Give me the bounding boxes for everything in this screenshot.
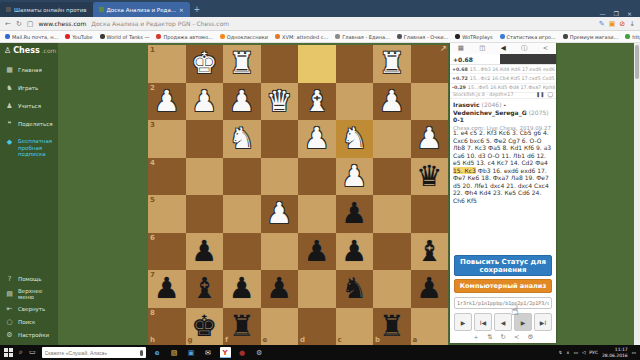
piece-black-pawn-h7: ♟ [154,274,180,303]
piece-white-queen-e2: ♛ [266,87,292,116]
square-a8[interactable]: a [411,308,449,346]
stop-engine-icon[interactable]: ◯ [547,91,553,97]
square-h8[interactable]: 8h [148,308,186,346]
expand-board-icon[interactable]: ↗ [440,44,447,53]
menu-icon: ▤ [5,290,14,298]
square-e5[interactable]: ♟ [261,195,299,233]
engine-status-row: Stockfish.js 8 · depth=17 ❚❚ ◯ [450,90,556,99]
square-f8[interactable]: ♜f [223,308,261,346]
square-c4[interactable]: ♟ [336,158,374,196]
square-g5[interactable] [186,195,224,233]
square-c6[interactable]: ♟ [336,233,374,271]
file-label-d: d [300,336,305,344]
piece-white-pawn-e5: ♟ [266,199,292,228]
chess-board: 1♚♜♜♟2♟♟♛♝♟3♞♟♞♟4♟♛5♟♟6♟♟♟♝♟7♝♟♟♞♟8h♚g♜f… [148,45,448,345]
bookmark-item[interactable]: YouTube [65,34,92,40]
square-h6[interactable]: 6 [148,233,186,271]
yandex-browser-icon[interactable]: Y [220,347,231,358]
scrollbar-thumb[interactable] [635,45,639,79]
playback-controls: ▶ Ι◀ ◀ ▶ ▶Ι [454,313,552,331]
app-icon[interactable]: ● [237,347,248,358]
pause-engine-icon[interactable]: ❚❚ [536,91,544,97]
speaker-icon[interactable]: ◀ [501,43,506,54]
file-label-h: h [150,336,155,344]
bookmark-item[interactable]: Премиум магази... [563,34,619,40]
piece-black-king-g8: ♚ [191,312,217,341]
bookmark-item[interactable]: Mail.Ru почта, н... [5,34,58,40]
square-f7[interactable]: ♟ [223,270,261,308]
square-d4[interactable] [298,158,336,196]
adblock-icon[interactable]: ⊘ [619,17,625,31]
rank-label-7: 7 [150,271,155,279]
square-a7[interactable]: ♟ [411,270,449,308]
sidebar-item-search[interactable]: ○ Поиск [0,315,58,328]
piece-white-pawn-b2: ♟ [379,87,405,116]
piece-black-rook-b8: ♜ [379,312,405,341]
sidebar-item-help[interactable]: ? Помощь [0,272,58,285]
file-label-b: b [375,336,380,344]
piece-black-pawn-d6: ♟ [304,237,330,266]
piece-black-pawn-g6: ♟ [191,237,217,266]
edit-icon[interactable]: ✎ [599,17,605,31]
help-icon: ? [5,275,14,283]
piece-white-bishop-d2: ♝ [304,87,330,116]
chat-icon: ❝ [5,120,14,128]
language-indicator[interactable]: РУС [589,350,598,355]
square-h3[interactable]: 3 [148,120,186,158]
square-a3[interactable]: ♟ [411,120,449,158]
first-move-button[interactable]: Ι◀ [474,313,492,331]
file-label-c: c [338,336,342,344]
square-f5[interactable] [223,195,261,233]
chesscom-page: ♙ Chess.com ▦ Главная ♞ Играть ♟ Учиться… [0,43,640,345]
square-b7[interactable] [373,270,411,308]
tray-icon[interactable]: ↯ [559,350,563,355]
reset-icon[interactable]: ↻ [501,333,506,342]
sidebar-item-free-trial[interactable]: ◆ Бесплатная пробная подписка [0,133,58,158]
edge-icon[interactable]: e [152,347,163,358]
tab-analysis-board[interactable]: Доска Анализа и Реда... × [93,2,190,17]
url-page-title: Доска Анализа и Редактор PGN - Chess.com [91,20,594,27]
piece-black-rook-f8: ♜ [229,312,255,341]
back-icon[interactable]: ← [5,17,11,31]
white-player-rating: (2046) [482,101,502,108]
start-button[interactable] [4,348,13,357]
game-result: 0-1 [453,116,464,123]
bookmark-item[interactable]: World of Tanks — [100,34,150,40]
bookmark-item[interactable]: WoTReplays [455,34,492,40]
add-icon[interactable]: ＋ [473,333,480,342]
square-e3[interactable] [261,120,299,158]
piece-black-pawn-a7: ♟ [416,274,442,303]
pawn-icon: ♙ [4,46,11,55]
knight-icon: ♞ [5,84,14,92]
play-button[interactable]: ▶ [454,313,472,331]
sidebar-item-learn[interactable]: ♟ Учиться [0,97,58,115]
share-icon[interactable]: < [543,43,548,54]
square-f3[interactable]: ♞ [223,120,261,158]
rank-label-5: 5 [150,196,155,204]
analysis-panel: ▦ ◫ ◀ ⓘ < +0.68 +0.6815...Фb3 16.Кd4 Кd6… [450,43,556,343]
last-move-button[interactable]: ▶Ι [534,313,552,331]
sidebar-item-play[interactable]: ♞ Играть [0,79,58,97]
engine-line[interactable]: +0.6815...Фb3 16.Кd4 Кd6 17.exd6 exd6 18… [450,65,556,74]
bookmark-item[interactable]: XVM: attended с... [275,34,328,40]
panel-footer-icons: ＋ ⇅ ↻ < ⚙ [450,333,556,342]
piece-black-pawn-f7: ♟ [229,274,255,303]
square-b1[interactable]: ♜ [373,45,411,83]
square-f4[interactable] [223,158,261,196]
piece-black-bishop-a6: ♝ [416,237,442,266]
square-a2[interactable] [411,83,449,121]
taskbar-clock[interactable]: 11:17 28.06.2016 [602,347,628,358]
bookmark-item[interactable]: Продажа автомо... [156,34,212,40]
engine-line[interactable]: +0.7215...Фc2 16.Сb4 Кd5 17.cxd5 Сxd5 18… [450,74,556,83]
square-e1[interactable] [261,45,299,83]
extension-icon[interactable]: ▣ [609,17,616,31]
network-icon[interactable]: ▭ [574,350,578,355]
square-b2[interactable]: ♟ [373,83,411,121]
square-c3[interactable]: ♞ [336,120,374,158]
square-d3[interactable]: ♟ [298,120,336,158]
square-e8[interactable]: e [261,308,299,346]
pawn-icon: ♟ [5,102,14,110]
sidebar: ♙ Chess.com ▦ Главная ♞ Играть ♟ Учиться… [0,43,58,345]
address-bar: ← ↻ ▢ www.chess.com Доска Анализа и Реда… [0,17,640,31]
moves-before: 1. e4 c5 2. Кf3 Кc6 3. Сb5 g6 4. Сxc6 bx… [453,129,551,166]
evaluation-bar: +0.68 [450,54,556,65]
sidebar-item-top-menu[interactable]: ▤ Верхнее меню [0,285,58,302]
windows-taskbar: ⌕ ▭ e ▨ ▣ ✉ Y ● ⚙ ↯ ∧ ▭ ◁ РУС 11:17 28.0… [0,345,640,360]
browser-tab-bar: Шахматы онлайн против Доска Анализа и Ре… [0,0,640,17]
square-h7[interactable]: ♟7 [148,270,186,308]
tray-show-hidden-icon[interactable]: ∧ [566,350,569,355]
rank-label-2: 2 [150,84,155,92]
diamond-icon: ◆ [5,138,14,158]
square-f6[interactable] [223,233,261,271]
settings-icon[interactable]: ⚙ [528,333,534,342]
microphone-icon[interactable] [140,350,143,356]
sidebar-item-home[interactable]: ▦ Главная [0,61,58,79]
tab-favicon [6,7,11,12]
layout-icon[interactable]: ▦ [458,43,464,54]
square-c5[interactable]: ♟ [336,195,374,233]
piece-black-bishop-g7: ♝ [191,274,217,303]
sidebar-item-collapse[interactable]: ⇤ Свернуть [0,302,58,315]
sidebar-item-share[interactable]: ❝ Поделиться [0,115,58,133]
piece-white-pawn-g2: ♟ [191,87,217,116]
tab-chess-play[interactable]: Шахматы онлайн против [0,2,93,17]
piece-black-queen-a4: ♛ [416,162,442,191]
square-b8[interactable]: ♜b [373,308,411,346]
square-f2[interactable]: ♟ [223,83,261,121]
piece-white-pawn-f2: ♟ [229,87,255,116]
square-b4[interactable] [373,158,411,196]
piece-white-knight-f3: ♞ [229,124,255,153]
bookmark-item[interactable]: Главная - Очки... [397,34,449,40]
square-c1[interactable] [336,45,374,83]
store-icon[interactable]: ▣ [186,347,197,358]
square-h1[interactable]: 1 [148,45,186,83]
square-a4[interactable]: ♛ [411,158,449,196]
piece-black-pawn-c6: ♟ [341,237,367,266]
gear-icon: ⚙ [5,331,14,339]
square-h5[interactable]: 5 [148,195,186,233]
chesscom-logo[interactable]: ♙ Chess.com [0,43,58,55]
collapse-icon: ⇤ [5,305,14,313]
square-e4[interactable] [261,158,299,196]
piece-black-pawn-c5: ♟ [341,199,367,228]
square-h4[interactable]: 4 [148,158,186,196]
evaluation-score: +0.68 [453,56,473,63]
square-d1[interactable] [298,45,336,83]
piece-white-pawn-h2: ♟ [154,87,180,116]
url-text[interactable]: www.chess.com [38,20,86,27]
black-player-name: Vedenichev_Serega_G [453,109,527,116]
piece-white-knight-c3: ♞ [341,124,367,153]
file-explorer-icon[interactable]: ▨ [169,347,180,358]
new-tab-button[interactable]: + [194,2,201,17]
rank-label-6: 6 [150,234,155,242]
page-icon: ▢ [27,17,34,31]
piece-white-rook-b1: ♜ [379,49,405,78]
current-move[interactable]: 15. Кc3 [453,167,476,174]
square-g8[interactable]: ♚g [186,308,224,346]
tab-favicon [99,7,104,12]
bookmark-item[interactable]: Статистика игро... [500,34,556,40]
info-icon[interactable]: ⓘ [521,43,528,54]
notification-center-icon[interactable]: ▭ [632,350,636,355]
piece-white-king-g1: ♚ [191,49,217,78]
rank-label-4: 4 [150,159,155,167]
previous-move-button[interactable]: ◀ [494,313,512,331]
piece-black-knight-c7: ♞ [341,274,367,303]
piece-black-pawn-e7: ♟ [266,274,292,303]
sidebar-item-settings[interactable]: ⚙ Настройки [0,328,58,341]
bookmark-item[interactable]: Главная - Едина... [335,34,390,40]
bookmark-item[interactable]: Одноклассники [220,34,268,40]
cursor-pointer-icon: ☝ [511,303,519,318]
move-list[interactable]: 1. e4 c5 2. Кf3 Кc6 3. Сb5 g6 4. Сxc6 bx… [450,129,556,253]
square-d2[interactable]: ♝ [298,83,336,121]
rank-label-3: 3 [150,121,155,129]
file-label-e: e [263,336,268,344]
black-player-rating: (2075) [529,109,549,116]
rank-label-1: 1 [150,46,155,54]
square-g6[interactable]: ♟ [186,233,224,271]
square-h2[interactable]: ♟2 [148,83,186,121]
piece-white-rook-f1: ♜ [229,49,255,78]
file-label-f: f [225,336,228,344]
square-c8[interactable]: c [336,308,374,346]
square-c2[interactable] [336,83,374,121]
refresh-icon[interactable]: ↻ [16,17,22,31]
game-header: Irasovic (2046) - Vedenichev_Serega_G (2… [450,101,556,131]
share-position-icon[interactable]: < [514,333,519,342]
square-e2[interactable]: ♛ [261,83,299,121]
square-b3[interactable] [373,120,411,158]
taskbar-search-icon[interactable]: ⌕ [19,345,23,360]
square-g2[interactable]: ♟ [186,83,224,121]
tab-label: Шахматы онлайн против [14,7,87,13]
explorer-icon[interactable]: ◫ [479,43,485,54]
square-g7[interactable]: ♝ [186,270,224,308]
square-c7[interactable]: ♞ [336,270,374,308]
white-player-name: Irasovic [453,101,479,108]
mail-icon[interactable]: ✉ [203,347,214,358]
bookmark-item[interactable]: https://refmail.ru [625,34,640,40]
engine-lines: +0.6815...Фb3 16.Кd4 Кd6 17.exd6 exd6 18… [450,65,556,93]
tab-close-icon[interactable]: × [179,7,184,13]
square-g3[interactable] [186,120,224,158]
search-icon: ○ [5,318,14,326]
square-b6[interactable] [373,233,411,271]
square-g4[interactable] [186,158,224,196]
settings-app-icon[interactable]: ⚙ [254,347,265,358]
tab-label: Доска Анализа и Реда... [107,7,176,13]
piece-white-pawn-a3: ♟ [416,124,442,153]
home-icon: ▦ [5,66,14,74]
square-g1[interactable]: ♚ [186,45,224,83]
square-e7[interactable]: ♟ [261,270,299,308]
fen-input[interactable] [454,297,552,309]
bookmarks-bar: Mail.Ru почта, н... YouTube World of Tan… [0,31,640,43]
file-label-g: g [188,336,193,344]
rank-label-8: 8 [150,309,155,317]
square-a5[interactable] [411,195,449,233]
upgrade-status-button[interactable]: Повысить Статус для сохранения [454,255,552,276]
engine-name: Stockfish.js 8 · depth=17 [453,92,533,97]
alisa-search-input[interactable] [45,350,138,356]
square-d6[interactable]: ♟ [298,233,336,271]
flip-board-icon[interactable]: ⇅ [487,333,492,342]
piece-white-pawn-c4: ♟ [341,162,367,191]
square-d5[interactable] [298,195,336,233]
square-d8[interactable]: d [298,308,336,346]
square-a6[interactable]: ♝ [411,233,449,271]
computer-analysis-button[interactable]: Компьютерный анализ [454,279,552,293]
square-b5[interactable] [373,195,411,233]
square-d7[interactable] [298,270,336,308]
clock-date: 28.06.2016 [602,353,628,359]
alisa-search-box[interactable] [42,347,146,358]
browser-scrollbar[interactable] [634,43,640,345]
square-f1[interactable]: ♜ [223,45,261,83]
volume-icon[interactable]: ◁ [582,350,585,355]
piece-white-pawn-d3: ♟ [304,124,330,153]
download-icon[interactable]: ↓ [629,17,635,31]
task-view-icon[interactable]: ▭ [29,345,36,360]
square-e6[interactable] [261,233,299,271]
file-label-a: a [413,336,418,344]
